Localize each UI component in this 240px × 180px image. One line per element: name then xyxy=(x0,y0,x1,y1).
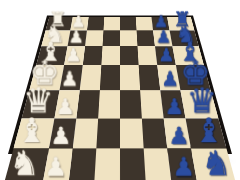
chess-set-photo: ♜♟♟♜♞♟♟♞♝♟♟♝♚♟♟♚♛♟♟♛♝♟♟♝♞♟♟♞♜♟♟♜ xyxy=(0,0,240,180)
dark-square xyxy=(120,46,139,65)
white-pawn: ♟ xyxy=(61,69,79,89)
light-square xyxy=(120,65,140,90)
blue-pawn: ♟ xyxy=(169,124,190,148)
light-square xyxy=(98,90,120,118)
dark-square xyxy=(137,30,155,46)
light-square: ♟ xyxy=(64,46,85,65)
dark-square xyxy=(120,148,146,180)
light-square: ♟ xyxy=(164,119,191,149)
light-square xyxy=(120,30,138,46)
dark-square: ♟ xyxy=(155,46,176,65)
light-square: ♟ xyxy=(43,148,73,180)
blue-pawn: ♟ xyxy=(165,96,185,118)
blue-pawn: ♟ xyxy=(158,46,175,65)
blue-pawn: ♟ xyxy=(156,28,172,45)
light-square xyxy=(138,46,158,65)
dark-square xyxy=(83,46,103,65)
dark-square: ♟ xyxy=(49,119,76,149)
dark-square xyxy=(76,90,100,118)
blue-pawn: ♟ xyxy=(173,155,196,180)
dark-square: ♟ xyxy=(160,90,185,118)
white-pawn: ♟ xyxy=(56,96,76,118)
light-square xyxy=(94,148,120,180)
white-pawn: ♟ xyxy=(50,124,71,148)
light-square: ♟ xyxy=(54,90,79,118)
white-pawn: ♟ xyxy=(65,46,82,65)
chess-board: ♜♟♟♜♞♟♟♞♝♟♟♝♚♟♟♚♛♟♟♛♝♟♟♝♞♟♟♞♜♟♟♜ xyxy=(8,16,232,154)
light-square xyxy=(80,65,102,90)
light-square xyxy=(136,17,153,30)
dark-square xyxy=(102,30,120,46)
dark-square xyxy=(120,90,142,118)
dark-square xyxy=(120,17,137,30)
dark-square: ♟ xyxy=(167,148,197,180)
light-square xyxy=(140,90,164,118)
dark-square xyxy=(96,119,120,149)
blue-pawn: ♟ xyxy=(161,69,179,89)
light-square xyxy=(144,148,172,180)
dark-square: ♞ xyxy=(5,148,49,180)
light-square xyxy=(120,119,144,149)
light-square xyxy=(73,119,99,149)
dark-square xyxy=(87,17,104,30)
light-square xyxy=(101,46,120,65)
board-grid: ♜♟♟♜♞♟♟♞♝♟♟♝♚♟♟♚♛♟♟♛♝♟♟♝♞♟♟♞♜♟♟♜ xyxy=(13,17,227,150)
light-square: ♞ xyxy=(191,148,235,180)
white-pawn: ♟ xyxy=(68,28,84,45)
light-square: ♟ xyxy=(157,65,180,90)
white-pawn: ♟ xyxy=(44,155,67,180)
light-square xyxy=(103,17,120,30)
dark-square xyxy=(69,148,97,180)
blue-knight: ♞ xyxy=(201,146,232,180)
dark-square xyxy=(100,65,120,90)
white-knight: ♞ xyxy=(9,146,40,180)
light-square xyxy=(85,30,103,46)
